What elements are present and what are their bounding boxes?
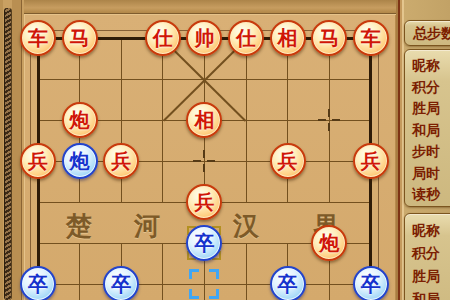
piece-black-pawn[interactable]: 卒 [270, 266, 306, 300]
piece-glyph: 车 [361, 28, 381, 48]
piece-glyph: 帅 [194, 28, 214, 48]
piece-glyph: 马 [70, 28, 90, 48]
piece-glyph: 炮 [319, 233, 339, 253]
piece-glyph: 兵 [194, 192, 214, 212]
piece-red-pawn[interactable]: 兵 [103, 143, 139, 179]
piece-red-advisor[interactable]: 仕 [145, 20, 181, 56]
piece-black-pawn[interactable]: 卒 [103, 266, 139, 300]
piece-red-cannon[interactable]: 炮 [311, 225, 347, 261]
river-text: 楚 [66, 209, 92, 244]
xiangqi-game-window: 楚河汉界 车马仕帅仕相马车炮相兵炮兵兵兵兵卒炮卒卒卒卒 总步数 昵称积分胜局和局… [0, 0, 450, 300]
piece-black-pawn[interactable]: 卒 [353, 266, 389, 300]
piece-glyph: 兵 [111, 151, 131, 171]
piece-red-advisor[interactable]: 仕 [228, 20, 264, 56]
piece-red-chariot[interactable]: 车 [353, 20, 389, 56]
piece-glyph: 马 [319, 28, 339, 48]
scroll-rope-binding-icon [4, 8, 12, 300]
piece-glyph: 卒 [361, 274, 381, 294]
player1-stat-label: 昵称 [412, 55, 450, 77]
piece-glyph: 相 [194, 110, 214, 130]
player1-stat-label: 步时 [412, 141, 450, 163]
player1-stat-label: 和局 [412, 120, 450, 142]
piece-glyph: 兵 [28, 151, 48, 171]
piece-glyph: 卒 [111, 274, 131, 294]
player2-stat-label: 胜局 [412, 265, 450, 288]
last-move-from-marker [189, 269, 219, 299]
player1-stat-label: 积分 [412, 77, 450, 99]
frame-right-edge [396, 0, 404, 300]
player1-stat-label: 胜局 [412, 98, 450, 120]
player2-info-panel: 昵称积分胜局和局 [404, 213, 450, 300]
frame-top-bar [0, 0, 450, 14]
piece-glyph: 兵 [278, 151, 298, 171]
piece-red-horse[interactable]: 马 [311, 20, 347, 56]
total-steps-bar: 总步数 [404, 20, 450, 46]
piece-glyph: 仕 [236, 28, 256, 48]
file-line [246, 243, 247, 300]
river-text: 汉 [233, 209, 259, 244]
piece-glyph: 卒 [28, 274, 48, 294]
piece-red-pawn[interactable]: 兵 [270, 143, 306, 179]
player2-stat-label: 和局 [412, 288, 450, 300]
point-marker-cross [193, 150, 215, 172]
piece-glyph: 车 [28, 28, 48, 48]
piece-glyph: 卒 [278, 274, 298, 294]
piece-red-pawn[interactable]: 兵 [353, 143, 389, 179]
piece-red-elephant[interactable]: 相 [270, 20, 306, 56]
file-line [79, 243, 80, 300]
player1-stat-label: 读秒 [412, 184, 450, 206]
player2-stat-label: 昵称 [412, 219, 450, 242]
piece-red-chariot[interactable]: 车 [20, 20, 56, 56]
player1-stat-label: 局时 [412, 163, 450, 185]
player1-info-panel: 昵称积分胜局和局步时局时读秒 [404, 49, 450, 207]
piece-red-cannon[interactable]: 炮 [62, 102, 98, 138]
piece-black-pawn[interactable]: 卒 [20, 266, 56, 300]
piece-red-horse[interactable]: 马 [62, 20, 98, 56]
piece-glyph: 炮 [70, 151, 90, 171]
piece-glyph: 兵 [361, 151, 381, 171]
piece-glyph: 仕 [153, 28, 173, 48]
piece-glyph: 相 [278, 28, 298, 48]
river-text: 河 [134, 209, 160, 244]
piece-black-cannon[interactable]: 炮 [62, 143, 98, 179]
piece-red-pawn[interactable]: 兵 [20, 143, 56, 179]
piece-glyph: 炮 [70, 110, 90, 130]
file-line [162, 243, 163, 300]
point-marker-cross [318, 109, 340, 131]
piece-glyph: 卒 [194, 233, 214, 253]
player2-stat-label: 积分 [412, 242, 450, 265]
